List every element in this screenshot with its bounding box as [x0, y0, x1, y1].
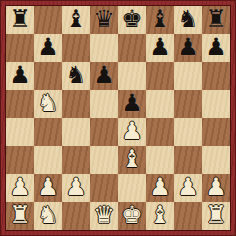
piece-black-pawn[interactable]: ♟ [121, 91, 143, 115]
square-c3[interactable] [62, 146, 90, 174]
square-d8[interactable]: ♛ [90, 6, 118, 34]
square-e5[interactable]: ♟ [118, 90, 146, 118]
square-e2[interactable] [118, 174, 146, 202]
piece-black-rook[interactable]: ♜ [205, 7, 227, 31]
square-c6[interactable]: ♞ [62, 62, 90, 90]
square-c4[interactable] [62, 118, 90, 146]
piece-white-king[interactable]: ♚ [121, 203, 143, 227]
square-c7[interactable] [62, 34, 90, 62]
square-f7[interactable]: ♟ [146, 34, 174, 62]
piece-black-knight[interactable]: ♞ [177, 7, 199, 31]
piece-white-knight[interactable]: ♞ [37, 91, 59, 115]
square-b8[interactable] [34, 6, 62, 34]
square-e1[interactable]: ♚ [118, 202, 146, 230]
square-c2[interactable]: ♟ [62, 174, 90, 202]
square-e8[interactable]: ♚ [118, 6, 146, 34]
square-a4[interactable] [6, 118, 34, 146]
square-c1[interactable] [62, 202, 90, 230]
square-e7[interactable] [118, 34, 146, 62]
square-f1[interactable]: ♝ [146, 202, 174, 230]
square-g3[interactable] [174, 146, 202, 174]
square-b7[interactable]: ♟ [34, 34, 62, 62]
square-e6[interactable] [118, 62, 146, 90]
square-d5[interactable] [90, 90, 118, 118]
square-h4[interactable] [202, 118, 230, 146]
square-f4[interactable] [146, 118, 174, 146]
square-f8[interactable]: ♝ [146, 6, 174, 34]
square-d4[interactable] [90, 118, 118, 146]
square-e4[interactable]: ♟ [118, 118, 146, 146]
square-g1[interactable] [174, 202, 202, 230]
square-a6[interactable]: ♟ [6, 62, 34, 90]
square-b5[interactable]: ♞ [34, 90, 62, 118]
piece-black-knight[interactable]: ♞ [65, 63, 87, 87]
chess-board-frame: ♜♝♛♚♝♞♜♟♟♟♟♟♞♟♞♟♟♝♟♟♟♟♟♟♜♞♛♚♝♜ [0, 0, 236, 236]
square-h2[interactable]: ♟ [202, 174, 230, 202]
square-f5[interactable] [146, 90, 174, 118]
piece-black-queen[interactable]: ♛ [93, 7, 115, 31]
piece-white-pawn[interactable]: ♟ [177, 175, 199, 199]
square-g4[interactable] [174, 118, 202, 146]
square-g5[interactable] [174, 90, 202, 118]
square-a7[interactable] [6, 34, 34, 62]
square-h1[interactable]: ♜ [202, 202, 230, 230]
square-h3[interactable] [202, 146, 230, 174]
square-e3[interactable]: ♝ [118, 146, 146, 174]
piece-black-bishop[interactable]: ♝ [65, 7, 87, 31]
square-b2[interactable]: ♟ [34, 174, 62, 202]
piece-black-pawn[interactable]: ♟ [9, 63, 31, 87]
square-f2[interactable]: ♟ [146, 174, 174, 202]
piece-white-pawn[interactable]: ♟ [121, 119, 143, 143]
square-b1[interactable]: ♞ [34, 202, 62, 230]
square-g2[interactable]: ♟ [174, 174, 202, 202]
square-d1[interactable]: ♛ [90, 202, 118, 230]
piece-white-pawn[interactable]: ♟ [37, 175, 59, 199]
piece-black-pawn[interactable]: ♟ [149, 35, 171, 59]
square-d7[interactable] [90, 34, 118, 62]
square-h6[interactable] [202, 62, 230, 90]
piece-black-pawn[interactable]: ♟ [205, 35, 227, 59]
piece-white-pawn[interactable]: ♟ [205, 175, 227, 199]
piece-white-bishop[interactable]: ♝ [149, 203, 171, 227]
square-d2[interactable] [90, 174, 118, 202]
square-f3[interactable] [146, 146, 174, 174]
piece-white-queen[interactable]: ♛ [93, 203, 115, 227]
square-a1[interactable]: ♜ [6, 202, 34, 230]
square-h5[interactable] [202, 90, 230, 118]
square-h7[interactable]: ♟ [202, 34, 230, 62]
piece-white-rook[interactable]: ♜ [9, 203, 31, 227]
piece-white-pawn[interactable]: ♟ [65, 175, 87, 199]
piece-black-king[interactable]: ♚ [121, 7, 143, 31]
piece-black-pawn[interactable]: ♟ [177, 35, 199, 59]
piece-black-rook[interactable]: ♜ [9, 7, 31, 31]
square-b3[interactable] [34, 146, 62, 174]
square-a5[interactable] [6, 90, 34, 118]
chess-board: ♜♝♛♚♝♞♜♟♟♟♟♟♞♟♞♟♟♝♟♟♟♟♟♟♜♞♛♚♝♜ [5, 5, 231, 231]
square-a2[interactable]: ♟ [6, 174, 34, 202]
piece-black-pawn[interactable]: ♟ [37, 35, 59, 59]
square-g6[interactable] [174, 62, 202, 90]
square-c5[interactable] [62, 90, 90, 118]
piece-white-rook[interactable]: ♜ [205, 203, 227, 227]
square-f6[interactable] [146, 62, 174, 90]
square-g7[interactable]: ♟ [174, 34, 202, 62]
piece-black-pawn[interactable]: ♟ [93, 63, 115, 87]
square-b6[interactable] [34, 62, 62, 90]
square-a8[interactable]: ♜ [6, 6, 34, 34]
piece-white-pawn[interactable]: ♟ [9, 175, 31, 199]
piece-white-bishop[interactable]: ♝ [121, 147, 143, 171]
square-d3[interactable] [90, 146, 118, 174]
piece-black-bishop[interactable]: ♝ [149, 7, 171, 31]
square-c8[interactable]: ♝ [62, 6, 90, 34]
square-g8[interactable]: ♞ [174, 6, 202, 34]
square-a3[interactable] [6, 146, 34, 174]
square-b4[interactable] [34, 118, 62, 146]
piece-white-pawn[interactable]: ♟ [149, 175, 171, 199]
square-d6[interactable]: ♟ [90, 62, 118, 90]
piece-white-knight[interactable]: ♞ [37, 203, 59, 227]
square-h8[interactable]: ♜ [202, 6, 230, 34]
